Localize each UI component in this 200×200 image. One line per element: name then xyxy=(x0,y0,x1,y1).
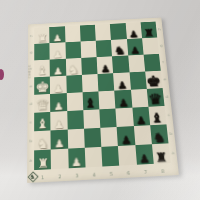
white-pawn-g2[interactable]: ♟ xyxy=(52,48,62,59)
black-pawn-e6[interactable]: ♟ xyxy=(117,79,128,91)
square-b1[interactable]: ♞ xyxy=(34,130,51,150)
file-labels-left: hgfedcba xyxy=(28,28,34,171)
square-g7[interactable]: ♟ xyxy=(126,38,143,55)
file-label-b: b xyxy=(167,124,175,143)
square-a4[interactable] xyxy=(85,147,103,168)
black-knight-b8[interactable]: ♞ xyxy=(153,129,166,144)
file-label-h: h xyxy=(28,28,33,44)
file-label-c: c xyxy=(165,106,173,125)
white-rook-h1[interactable]: ♜ xyxy=(36,31,47,44)
square-g6[interactable]: ♞ xyxy=(111,39,128,56)
black-pawn-a7[interactable]: ♟ xyxy=(139,152,150,164)
square-b2[interactable]: ♟ xyxy=(51,130,68,150)
square-h8[interactable]: ♜ xyxy=(140,22,157,39)
square-e5[interactable] xyxy=(97,73,114,91)
square-h2[interactable]: ♟ xyxy=(49,26,65,43)
square-e4[interactable] xyxy=(82,74,99,92)
white-pawn-a3[interactable]: ♟ xyxy=(71,156,82,168)
square-c1[interactable]: ♝ xyxy=(34,112,51,131)
square-b4[interactable] xyxy=(84,128,102,148)
square-f3[interactable]: ♞ xyxy=(65,58,81,76)
logo-knight-icon: ♞ xyxy=(30,172,36,180)
square-g2[interactable]: ♟ xyxy=(50,42,66,59)
square-h5[interactable] xyxy=(95,24,111,41)
square-d4[interactable]: ♝ xyxy=(82,91,99,110)
file-label-a: a xyxy=(169,143,177,163)
black-rook-a8[interactable]: ♜ xyxy=(155,150,168,164)
square-e1[interactable]: ♚ xyxy=(34,77,50,95)
square-e6[interactable]: ♟ xyxy=(113,72,130,90)
rank-label-5: 5 xyxy=(103,170,121,177)
black-knight-g6[interactable]: ♞ xyxy=(113,42,125,56)
square-a8[interactable]: ♜ xyxy=(152,143,171,163)
file-label-g: g xyxy=(158,37,165,54)
square-g4[interactable] xyxy=(80,41,96,58)
black-bishop-c8[interactable]: ♝ xyxy=(151,110,165,126)
square-b8[interactable]: ♞ xyxy=(150,124,169,144)
rank-label-3: 3 xyxy=(68,172,85,179)
black-pawn-f5[interactable]: ♟ xyxy=(100,62,110,74)
square-h3[interactable] xyxy=(65,26,81,43)
white-pawn-e2[interactable]: ♟ xyxy=(53,82,64,94)
square-d7[interactable] xyxy=(131,89,149,108)
white-king-e1[interactable]: ♚ xyxy=(34,77,50,95)
square-d6[interactable]: ♟ xyxy=(114,90,131,109)
square-d2[interactable]: ♟ xyxy=(50,93,67,112)
square-d1[interactable]: ♛ xyxy=(34,94,50,113)
rank-label-4: 4 xyxy=(85,171,102,178)
board-grid: ♜♟♟♜♟♞♟♝♟♞♟♚♟♟♚♛♟♝♟♛♝♟♟♝♞♟♟♞♜♟♟♜ xyxy=(34,22,170,171)
square-f5[interactable]: ♟ xyxy=(97,56,114,74)
file-label-d: d xyxy=(28,95,34,113)
square-b7[interactable] xyxy=(133,125,151,145)
white-knight-b1[interactable]: ♞ xyxy=(35,136,48,151)
black-queen-d8[interactable]: ♛ xyxy=(148,90,163,107)
square-d3[interactable] xyxy=(66,92,83,111)
white-pawn-c2[interactable]: ♟ xyxy=(53,118,64,130)
square-a1[interactable]: ♜ xyxy=(34,150,51,171)
black-rook-h8[interactable]: ♜ xyxy=(144,26,155,39)
square-f4[interactable] xyxy=(81,57,97,75)
square-h1[interactable]: ♜ xyxy=(34,27,49,44)
square-f6[interactable] xyxy=(112,55,129,73)
square-c7[interactable]: ♟ xyxy=(132,107,150,126)
file-label-f: f xyxy=(159,54,166,71)
white-bishop-f1[interactable]: ♝ xyxy=(35,62,48,77)
white-pawn-d2[interactable]: ♟ xyxy=(53,100,64,112)
square-c2[interactable]: ♟ xyxy=(50,111,67,130)
square-f7[interactable] xyxy=(128,55,145,73)
file-label-e: e xyxy=(28,77,34,95)
rank-label-6: 6 xyxy=(120,170,138,177)
square-a3[interactable]: ♟ xyxy=(68,148,86,169)
square-g3[interactable] xyxy=(65,42,81,59)
square-f2[interactable]: ♟ xyxy=(50,59,66,77)
file-label-g: g xyxy=(28,44,33,61)
file-label-d: d xyxy=(163,88,171,106)
square-h6[interactable] xyxy=(110,23,126,40)
black-pawn-d6[interactable]: ♟ xyxy=(118,96,129,108)
rank-label-7: 7 xyxy=(137,169,155,176)
square-c4[interactable] xyxy=(83,109,100,128)
square-g8[interactable] xyxy=(142,37,159,54)
square-e2[interactable]: ♟ xyxy=(50,76,66,94)
black-pawn-b6[interactable]: ♟ xyxy=(121,134,132,146)
white-queen-d1[interactable]: ♛ xyxy=(34,96,49,113)
square-a7[interactable]: ♟ xyxy=(135,144,154,164)
square-d5[interactable] xyxy=(98,91,115,110)
square-a6[interactable] xyxy=(118,145,136,166)
square-c3[interactable] xyxy=(67,110,84,129)
board-scene: CHESS hgfedcba hgfedcba ♜♟♟♜♟♞♟♝♟♞♟♚♟♟♚♛… xyxy=(27,18,179,183)
square-c8[interactable]: ♝ xyxy=(148,106,166,125)
square-c6[interactable] xyxy=(116,108,134,127)
square-b6[interactable]: ♟ xyxy=(117,126,135,146)
black-pawn-h7[interactable]: ♟ xyxy=(129,28,139,39)
white-bishop-c1[interactable]: ♝ xyxy=(35,116,49,132)
square-a5[interactable] xyxy=(101,146,119,167)
black-pawn-g7[interactable]: ♟ xyxy=(130,44,140,55)
square-g5[interactable] xyxy=(96,40,112,57)
rank-labels-bottom: 12345678 xyxy=(34,168,172,181)
square-h7[interactable]: ♟ xyxy=(125,22,142,39)
board-logo: ♞ xyxy=(27,171,38,182)
photo-background: CHESS hgfedcba hgfedcba ♜♟♟♜♟♞♟♝♟♞♟♚♟♟♚♛… xyxy=(0,0,200,200)
file-label-b: b xyxy=(28,131,34,150)
square-c5[interactable] xyxy=(99,109,117,128)
board-brand-text: CHESS xyxy=(28,64,34,78)
square-e7[interactable] xyxy=(129,72,146,90)
chess-board: CHESS hgfedcba hgfedcba ♜♟♟♜♟♞♟♝♟♞♟♚♟♟♚♛… xyxy=(27,18,179,183)
file-label-c: c xyxy=(28,113,34,132)
black-bishop-d4[interactable]: ♝ xyxy=(84,95,98,110)
white-rook-a1[interactable]: ♜ xyxy=(36,156,49,170)
file-label-a: a xyxy=(28,150,34,170)
square-e8[interactable]: ♚ xyxy=(145,71,163,89)
square-f8[interactable] xyxy=(143,54,160,72)
white-pawn-f2[interactable]: ♟ xyxy=(52,65,62,77)
white-pawn-h2[interactable]: ♟ xyxy=(52,32,62,43)
square-b3[interactable] xyxy=(67,129,84,149)
rank-label-2: 2 xyxy=(51,173,68,180)
square-e3[interactable] xyxy=(66,75,82,93)
square-b5[interactable] xyxy=(100,127,118,147)
square-g1[interactable] xyxy=(34,43,50,60)
white-knight-f3[interactable]: ♞ xyxy=(67,62,80,76)
file-label-h: h xyxy=(156,21,163,37)
square-d8[interactable]: ♛ xyxy=(147,88,165,107)
file-label-e: e xyxy=(161,70,168,88)
square-h4[interactable] xyxy=(80,25,96,42)
black-pawn-c7[interactable]: ♟ xyxy=(136,114,147,126)
square-a2[interactable] xyxy=(51,149,68,170)
white-pawn-b2[interactable]: ♟ xyxy=(53,137,64,149)
square-f1[interactable]: ♝ xyxy=(34,60,50,78)
black-king-e8[interactable]: ♚ xyxy=(146,71,162,89)
stray-object xyxy=(0,69,4,80)
rank-label-8: 8 xyxy=(154,168,172,175)
